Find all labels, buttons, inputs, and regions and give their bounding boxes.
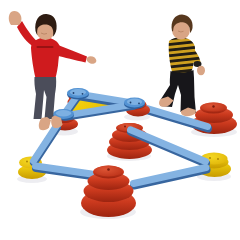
connector-disc-right: [124, 98, 145, 110]
left-child-shirt-print: [37, 46, 54, 48]
right-child-hand: [197, 66, 205, 76]
connector-disc-top: [67, 88, 89, 100]
left-child-torso: [31, 38, 60, 79]
screenshot-canvas: Two children play barefoot on a balance …: [0, 0, 240, 240]
scene-photo: Two children play barefoot on a balance …: [0, 0, 240, 240]
